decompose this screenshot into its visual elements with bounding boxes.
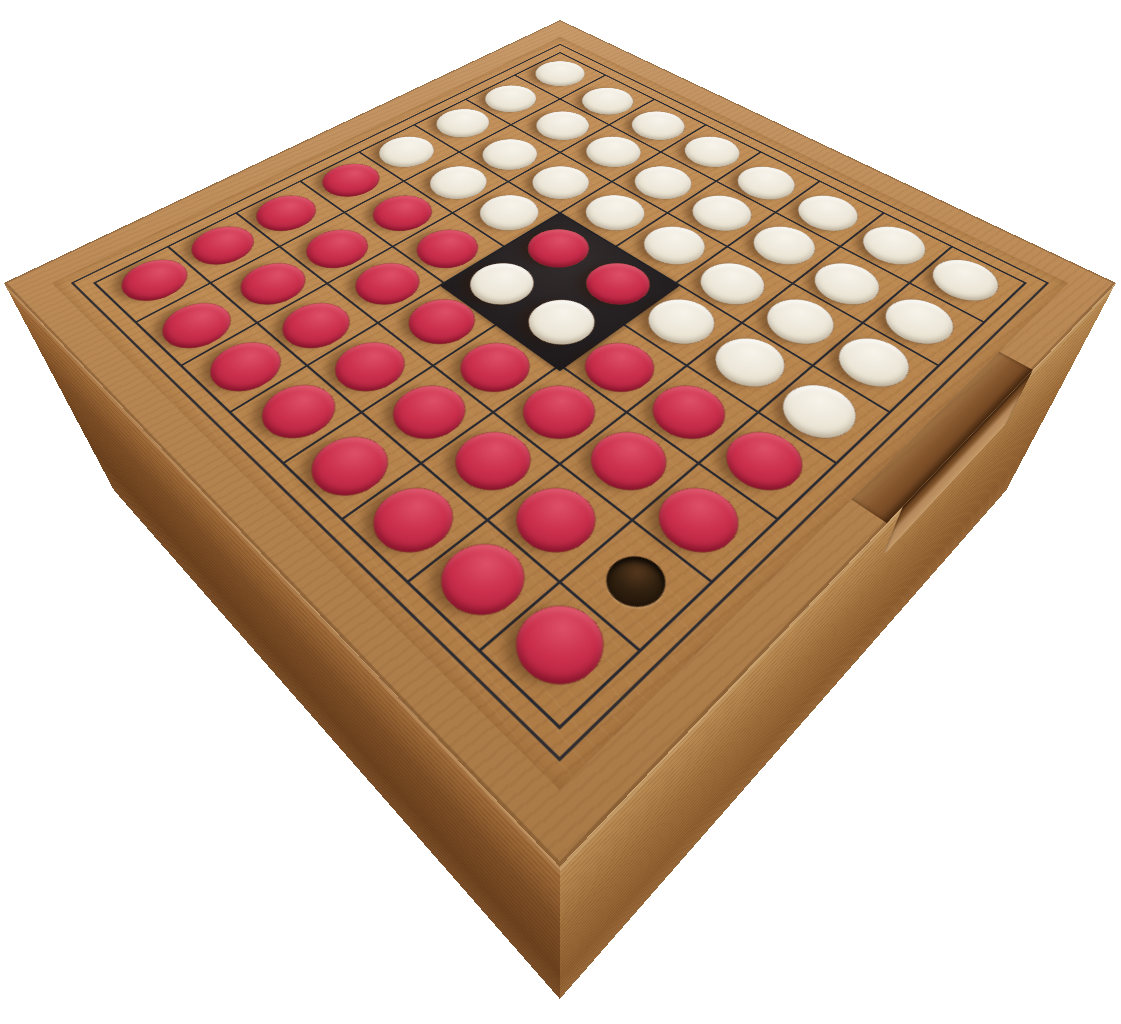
disc-wooden-side <box>873 291 966 354</box>
disc-shadow <box>635 480 738 564</box>
disc-wooden-side <box>509 375 610 450</box>
disc-wooden-side <box>639 375 740 450</box>
disc-wooden-side <box>573 255 662 313</box>
disc-wooden-side <box>515 291 608 354</box>
board-cell-r2c6[interactable] <box>742 284 863 367</box>
disc-wooden-side <box>498 592 621 702</box>
disc-wooden-side <box>498 592 621 702</box>
board-cell-r6c4[interactable] <box>362 367 494 465</box>
disc-wooden-side <box>873 291 966 354</box>
disc-top-face <box>787 188 869 238</box>
disc-shadow <box>624 221 703 271</box>
disc-shadow <box>173 221 252 271</box>
disc-top-face <box>447 333 544 402</box>
disc-wooden-side <box>573 255 662 313</box>
disc-shadow <box>287 224 367 274</box>
disc-top-face <box>498 592 621 702</box>
disc-top-face <box>458 255 547 313</box>
red-disc[interactable] <box>270 295 363 358</box>
disc-shadow <box>388 294 474 352</box>
board-cell-r6c2[interactable] <box>257 284 378 367</box>
disc-shadow <box>431 424 529 500</box>
disc-wooden-side <box>741 219 826 273</box>
disc-wooden-side <box>424 531 540 631</box>
disc-shadow <box>747 294 833 352</box>
red-disc[interactable] <box>639 375 740 450</box>
disc-wooden-side <box>576 421 681 503</box>
disc-shadow <box>508 294 594 352</box>
board-cell-r5c7[interactable] <box>632 465 777 584</box>
red-disc[interactable] <box>447 333 544 402</box>
white-disc[interactable] <box>635 291 728 354</box>
disc-wooden-side <box>197 333 294 402</box>
disc-wooden-side <box>702 329 798 397</box>
disc-wooden-side <box>440 421 545 503</box>
disc-wooden-side <box>754 291 847 354</box>
red-disc[interactable] <box>296 426 402 508</box>
disc-wooden-side <box>447 333 544 402</box>
disc-wooden-side <box>150 295 243 358</box>
board-cell-r6c5[interactable] <box>421 413 559 521</box>
disc-wooden-side <box>852 219 937 273</box>
disc-wooden-side <box>458 255 547 313</box>
disc-wooden-side <box>644 476 755 566</box>
disc-wooden-side <box>644 476 755 566</box>
red-disc[interactable] <box>440 421 545 503</box>
red-disc[interactable] <box>110 252 199 310</box>
disc-wooden-side <box>922 252 1011 310</box>
white-disc[interactable] <box>631 219 716 273</box>
disc-top-face <box>245 188 327 238</box>
disc-wooden-side <box>405 222 491 276</box>
disc-top-face <box>639 375 740 450</box>
red-disc[interactable] <box>150 295 243 358</box>
board-cell-r1c6[interactable] <box>793 247 909 323</box>
disc-wooden-side <box>571 333 668 402</box>
disc-wooden-side <box>635 291 728 354</box>
disc-wooden-side <box>396 291 489 354</box>
board-cell-r7c4[interactable] <box>283 413 421 521</box>
disc-wooden-side <box>688 255 777 313</box>
board-cell-r6c6[interactable] <box>487 465 632 584</box>
red-disc[interactable] <box>571 333 668 402</box>
disc-top-face <box>180 219 265 273</box>
white-disc[interactable] <box>922 252 1011 310</box>
board-cell-r3c4[interactable] <box>560 247 676 323</box>
disc-shadow <box>631 378 725 447</box>
disc-wooden-side <box>180 219 265 273</box>
disc-wooden-side <box>769 375 870 450</box>
disc-wooden-side <box>228 255 317 313</box>
disc-wooden-side <box>296 426 402 508</box>
disc-wooden-side <box>110 252 199 310</box>
red-disc[interactable] <box>509 375 610 450</box>
disc-wooden-side <box>458 255 547 313</box>
disc-top-face <box>688 255 777 313</box>
red-disc[interactable] <box>712 421 817 503</box>
disc-wooden-side <box>803 255 892 313</box>
disc-wooden-side <box>270 295 363 358</box>
disc-shadow <box>314 336 404 400</box>
disc-wooden-side <box>498 592 621 702</box>
disc-wooden-side <box>631 219 716 273</box>
board-cell-r1c7[interactable] <box>863 284 984 367</box>
disc-top-face <box>110 252 199 310</box>
disc-wooden-side <box>803 255 892 313</box>
red-disc[interactable] <box>180 219 265 273</box>
disc-shadow <box>221 258 304 312</box>
board-cell-r4c2[interactable] <box>392 214 504 284</box>
board-cell-r3c5[interactable] <box>621 284 742 367</box>
red-disc[interactable] <box>357 476 468 566</box>
white-disc[interactable] <box>680 188 762 238</box>
disc-top-face <box>468 188 550 238</box>
disc-wooden-side <box>826 329 922 397</box>
disc-wooden-side <box>571 333 668 402</box>
disc-wooden-side <box>635 291 728 354</box>
disc-wooden-side <box>769 375 870 450</box>
disc-wooden-side <box>180 219 265 273</box>
disc-wooden-side <box>150 295 243 358</box>
disc-wooden-side <box>852 219 937 273</box>
disc-wooden-side <box>357 476 468 566</box>
disc-shadow <box>287 429 385 506</box>
disc-top-face <box>712 421 817 503</box>
disc-wooden-side <box>357 476 468 566</box>
disc-top-face <box>424 531 540 631</box>
disc-wooden-side <box>357 476 468 566</box>
disc-wooden-side <box>197 333 294 402</box>
board-cell-r2c5[interactable] <box>676 247 792 323</box>
disc-top-face <box>576 421 681 503</box>
board-cell-r3c3[interactable] <box>504 214 616 284</box>
red-disc[interactable] <box>245 188 327 238</box>
disc-wooden-side <box>405 222 491 276</box>
white-disc[interactable] <box>754 291 847 354</box>
disc-wooden-side <box>688 255 777 313</box>
disc-wooden-side <box>754 291 847 354</box>
disc-wooden-side <box>516 222 602 276</box>
disc-wooden-side <box>576 421 681 503</box>
disc-wooden-side <box>635 291 728 354</box>
disc-wooden-side <box>248 375 349 450</box>
board-cell-r5c5[interactable] <box>494 367 626 465</box>
red-disc[interactable] <box>405 222 491 276</box>
disc-wooden-side <box>803 255 892 313</box>
disc-shadow <box>102 254 184 308</box>
disc-wooden-side <box>803 255 892 313</box>
disc-wooden-side <box>741 219 826 273</box>
disc-top-face <box>150 295 243 358</box>
disc-wooden-side <box>248 375 349 450</box>
board-cell-r5c6[interactable] <box>560 413 698 521</box>
disc-wooden-side <box>571 333 668 402</box>
disc-top-face <box>873 291 966 354</box>
disc-wooden-side <box>498 592 621 702</box>
disc-wooden-side <box>110 252 199 310</box>
white-disc[interactable] <box>688 255 777 313</box>
disc-wooden-side <box>378 375 479 450</box>
disc-top-face <box>343 255 432 313</box>
disc-wooden-side <box>631 219 716 273</box>
disc-shadow <box>348 480 451 564</box>
disc-wooden-side <box>424 531 540 631</box>
disc-wooden-side <box>516 222 602 276</box>
board-cell-r6c0[interactable] <box>168 214 280 284</box>
disc-shadow <box>568 424 666 500</box>
disc-wooden-side <box>922 252 1011 310</box>
disc-wooden-side <box>296 426 402 508</box>
disc-top-face <box>922 252 1011 310</box>
red-disc[interactable] <box>378 375 479 450</box>
disc-wooden-side <box>228 255 317 313</box>
disc-wooden-side <box>922 252 1011 310</box>
board-cell-r7c2[interactable] <box>180 324 307 414</box>
white-disc[interactable] <box>803 255 892 313</box>
disc-wooden-side <box>639 375 740 450</box>
disc-wooden-side <box>440 421 545 503</box>
disc-wooden-side <box>378 375 479 450</box>
disc-wooden-side <box>447 333 544 402</box>
board-cell-r1c5[interactable] <box>728 214 840 284</box>
board-cell-r7c7[interactable] <box>479 583 640 729</box>
disc-shadow <box>415 535 523 628</box>
disc-wooden-side <box>769 375 870 450</box>
disc-shadow <box>370 378 464 447</box>
red-disc[interactable] <box>322 333 419 402</box>
board-cell-r3c6[interactable] <box>686 324 813 414</box>
board-cell-r6c1[interactable] <box>210 247 326 323</box>
white-disc[interactable] <box>741 219 826 273</box>
disc-shadow <box>694 332 784 395</box>
disc-wooden-side <box>270 295 363 358</box>
board-cell-r4c3[interactable] <box>443 247 559 323</box>
disc-wooden-side <box>440 421 545 503</box>
disc-wooden-side <box>197 333 294 402</box>
white-disc[interactable] <box>515 291 608 354</box>
disc-wooden-side <box>741 219 826 273</box>
disc-shadow <box>866 294 952 352</box>
disc-wooden-side <box>424 531 540 631</box>
disc-wooden-side <box>405 222 491 276</box>
disc-wooden-side <box>197 333 294 402</box>
disc-shadow <box>451 258 534 312</box>
disc-shadow <box>336 258 419 312</box>
white-disc[interactable] <box>873 291 966 354</box>
disc-wooden-side <box>458 255 547 313</box>
disc-wooden-side <box>741 219 826 273</box>
disc-wooden-side <box>688 255 777 313</box>
disc-shadow <box>818 332 908 395</box>
board-cell-r6c3[interactable] <box>307 324 434 414</box>
disc-wooden-side <box>357 476 468 566</box>
disc-shadow <box>142 297 228 356</box>
disc-wooden-side <box>110 252 199 310</box>
disc-wooden-side <box>702 329 798 397</box>
disc-wooden-side <box>754 291 847 354</box>
disc-wooden-side <box>294 222 380 276</box>
empty-peg-hole[interactable] <box>594 547 677 618</box>
disc-wooden-side <box>712 421 817 503</box>
disc-wooden-side <box>405 222 491 276</box>
disc-wooden-side <box>509 375 610 450</box>
board-grid-8x8 <box>93 52 1027 730</box>
disc-wooden-side <box>631 219 716 273</box>
red-disc[interactable] <box>573 255 662 313</box>
disc-shadow <box>398 224 478 274</box>
disc-wooden-side <box>922 252 1011 310</box>
disc-wooden-side <box>573 255 662 313</box>
disc-shadow <box>564 336 654 400</box>
board-cell-r5c3[interactable] <box>378 284 499 367</box>
white-disc[interactable] <box>852 219 937 273</box>
disc-top-face <box>803 255 892 313</box>
disc-wooden-side <box>248 375 349 450</box>
disc-wooden-side <box>576 421 681 503</box>
red-disc[interactable] <box>644 476 755 566</box>
board-cell-r7c1[interactable] <box>135 284 256 367</box>
red-disc[interactable] <box>248 375 349 450</box>
disc-wooden-side <box>378 375 479 450</box>
disc-wooden-side <box>322 333 419 402</box>
disc-top-face <box>635 291 728 354</box>
board-cell-r0c7[interactable] <box>909 247 1025 323</box>
white-disc[interactable] <box>787 188 869 238</box>
board-cell-r2c4[interactable] <box>616 214 728 284</box>
board-cell-r7c3[interactable] <box>229 367 361 465</box>
disc-wooden-side <box>180 219 265 273</box>
disc-wooden-side <box>635 291 728 354</box>
red-disc[interactable] <box>228 255 317 313</box>
board-cell-r4c4[interactable] <box>499 284 620 367</box>
red-disc[interactable] <box>343 255 432 313</box>
disc-shadow <box>795 258 878 312</box>
red-disc[interactable] <box>361 188 443 238</box>
disc-wooden-side <box>500 476 611 566</box>
white-disc[interactable] <box>769 375 870 450</box>
red-disc[interactable] <box>498 592 621 702</box>
red-disc[interactable] <box>500 476 611 566</box>
red-disc[interactable] <box>576 421 681 503</box>
disc-wooden-side <box>688 255 777 313</box>
red-disc[interactable] <box>516 222 602 276</box>
disc-wooden-side <box>396 291 489 354</box>
disc-shadow <box>845 221 924 271</box>
disc-wooden-side <box>424 531 540 631</box>
disc-wooden-side <box>826 329 922 397</box>
board-cell-r2c7[interactable] <box>813 324 940 414</box>
disc-wooden-side <box>712 421 817 503</box>
disc-wooden-side <box>500 476 611 566</box>
red-disc[interactable] <box>294 222 380 276</box>
board-cell-r4c6[interactable] <box>626 367 758 465</box>
disc-wooden-side <box>644 476 755 566</box>
disc-wooden-side <box>294 222 380 276</box>
disc-shadow <box>566 258 649 312</box>
board-cell-r4c7[interactable] <box>698 413 836 521</box>
disc-wooden-side <box>702 329 798 397</box>
disc-wooden-side <box>573 255 662 313</box>
disc-top-face <box>631 219 716 273</box>
board-cell-r7c6[interactable] <box>407 521 560 652</box>
disc-shadow <box>761 378 855 447</box>
board-cell-r4c5[interactable] <box>560 324 687 414</box>
disc-shadow <box>509 224 589 274</box>
disc-top-face <box>702 329 798 397</box>
disc-wooden-side <box>509 375 610 450</box>
red-disc[interactable] <box>197 333 294 402</box>
board-cell-r5c2[interactable] <box>327 247 443 323</box>
red-disc[interactable] <box>396 291 489 354</box>
disc-wooden-side <box>712 421 817 503</box>
disc-wooden-side <box>873 291 966 354</box>
disc-wooden-side <box>500 476 611 566</box>
disc-wooden-side <box>322 333 419 402</box>
white-disc[interactable] <box>574 188 656 238</box>
disc-wooden-side <box>803 255 892 313</box>
disc-wooden-side <box>296 426 402 508</box>
disc-wooden-side <box>296 426 402 508</box>
white-disc[interactable] <box>702 329 798 397</box>
disc-wooden-side <box>852 219 937 273</box>
disc-shadow <box>500 378 594 447</box>
disc-wooden-side <box>515 291 608 354</box>
disc-wooden-side <box>873 291 966 354</box>
white-disc[interactable] <box>458 255 547 313</box>
disc-top-face <box>440 421 545 503</box>
box-rim-top <box>4 20 1116 867</box>
disc-wooden-side <box>405 222 491 276</box>
photo-white-background <box>0 0 1121 1024</box>
white-disc[interactable] <box>826 329 922 397</box>
disc-wooden-side <box>509 375 610 450</box>
disc-wooden-side <box>873 291 966 354</box>
disc-wooden-side <box>228 255 317 313</box>
disc-top-face <box>515 291 608 354</box>
board-cell-r7c5[interactable] <box>342 465 487 584</box>
disc-wooden-side <box>343 255 432 313</box>
disc-wooden-side <box>702 329 798 397</box>
disc-top-face <box>228 255 317 313</box>
disc-wooden-side <box>631 219 716 273</box>
disc-wooden-side <box>741 219 826 273</box>
board-cell-r5c1[interactable] <box>280 214 392 284</box>
board-cell-r5c4[interactable] <box>433 324 560 414</box>
red-disc[interactable] <box>424 531 540 631</box>
disc-wooden-side <box>343 255 432 313</box>
disc-wooden-side <box>754 291 847 354</box>
white-disc[interactable] <box>468 188 550 238</box>
disc-wooden-side <box>571 333 668 402</box>
disc-wooden-side <box>922 252 1011 310</box>
disc-wooden-side <box>688 255 777 313</box>
disc-wooden-side <box>343 255 432 313</box>
disc-shadow <box>439 336 529 400</box>
disc-top-face <box>357 476 468 566</box>
board-cell-r6c7[interactable] <box>560 521 713 652</box>
disc-wooden-side <box>180 219 265 273</box>
disc-top-face <box>270 295 363 358</box>
disc-wooden-side <box>270 295 363 358</box>
disc-wooden-side <box>248 375 349 450</box>
disc-wooden-side <box>296 426 402 508</box>
board-cell-r0c6[interactable] <box>840 214 952 284</box>
disc-wooden-side <box>447 333 544 402</box>
board-cell-r3c7[interactable] <box>758 367 890 465</box>
board-cell-r7c0[interactable] <box>94 247 210 323</box>
othello-board <box>52 37 1069 790</box>
disc-top-face <box>405 222 491 276</box>
